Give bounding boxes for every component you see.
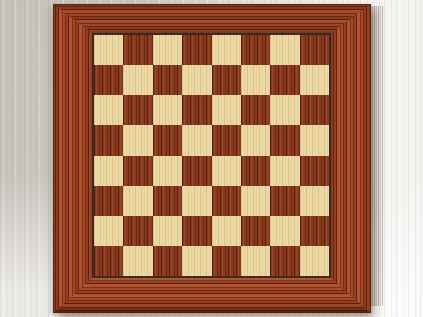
square-c4[interactable] (153, 156, 182, 186)
board-squares[interactable] (92, 33, 331, 278)
chess-board[interactable] (53, 4, 371, 313)
square-h6[interactable] (300, 95, 329, 125)
square-a5[interactable] (94, 125, 123, 155)
square-f7[interactable] (241, 65, 270, 95)
square-e1[interactable] (212, 246, 241, 276)
square-h2[interactable] (300, 216, 329, 246)
square-c7[interactable] (153, 65, 182, 95)
board-right-shadow (370, 6, 383, 306)
square-f4[interactable] (241, 156, 270, 186)
square-a8[interactable] (94, 35, 123, 65)
square-f1[interactable] (241, 246, 270, 276)
square-b5[interactable] (123, 125, 152, 155)
square-f2[interactable] (241, 216, 270, 246)
square-d1[interactable] (182, 246, 211, 276)
square-h5[interactable] (300, 125, 329, 155)
square-a3[interactable] (94, 186, 123, 216)
square-a4[interactable] (94, 156, 123, 186)
square-b3[interactable] (123, 186, 152, 216)
square-b6[interactable] (123, 95, 152, 125)
square-c1[interactable] (153, 246, 182, 276)
square-c5[interactable] (153, 125, 182, 155)
square-g1[interactable] (270, 246, 299, 276)
board-frame-right (331, 4, 371, 313)
square-f5[interactable] (241, 125, 270, 155)
square-g2[interactable] (270, 216, 299, 246)
square-g5[interactable] (270, 125, 299, 155)
square-e3[interactable] (212, 186, 241, 216)
square-b7[interactable] (123, 65, 152, 95)
board-frame-left (53, 4, 92, 313)
square-b1[interactable] (123, 246, 152, 276)
square-b2[interactable] (123, 216, 152, 246)
square-e6[interactable] (212, 95, 241, 125)
square-g4[interactable] (270, 156, 299, 186)
square-d6[interactable] (182, 95, 211, 125)
square-c8[interactable] (153, 35, 182, 65)
square-g3[interactable] (270, 186, 299, 216)
square-g7[interactable] (270, 65, 299, 95)
square-e7[interactable] (212, 65, 241, 95)
square-h4[interactable] (300, 156, 329, 186)
square-d2[interactable] (182, 216, 211, 246)
board-frame-bottom (53, 278, 371, 313)
square-h7[interactable] (300, 65, 329, 95)
square-c2[interactable] (153, 216, 182, 246)
square-g8[interactable] (270, 35, 299, 65)
square-h1[interactable] (300, 246, 329, 276)
square-g6[interactable] (270, 95, 299, 125)
square-e5[interactable] (212, 125, 241, 155)
square-d5[interactable] (182, 125, 211, 155)
desk-surface (0, 0, 423, 317)
square-f3[interactable] (241, 186, 270, 216)
square-f8[interactable] (241, 35, 270, 65)
square-a7[interactable] (94, 65, 123, 95)
square-d8[interactable] (182, 35, 211, 65)
square-b8[interactable] (123, 35, 152, 65)
square-a2[interactable] (94, 216, 123, 246)
square-b4[interactable] (123, 156, 152, 186)
square-h3[interactable] (300, 186, 329, 216)
square-d7[interactable] (182, 65, 211, 95)
board-frame-top (53, 4, 371, 33)
square-c3[interactable] (153, 186, 182, 216)
square-d4[interactable] (182, 156, 211, 186)
square-e8[interactable] (212, 35, 241, 65)
square-e4[interactable] (212, 156, 241, 186)
square-c6[interactable] (153, 95, 182, 125)
square-f6[interactable] (241, 95, 270, 125)
square-a1[interactable] (94, 246, 123, 276)
square-d3[interactable] (182, 186, 211, 216)
square-e2[interactable] (212, 216, 241, 246)
square-a6[interactable] (94, 95, 123, 125)
square-h8[interactable] (300, 35, 329, 65)
